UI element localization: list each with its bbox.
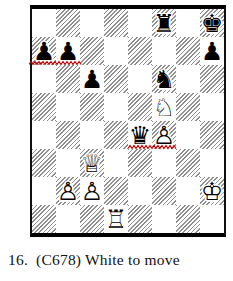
piece-white-rook: ♖ (104, 205, 128, 233)
square-c7 (80, 37, 104, 65)
square-f7 (152, 37, 176, 65)
square-h8: ♚♚ (200, 9, 224, 37)
square-c4 (80, 121, 104, 149)
square-f6: ♞♞ (152, 65, 176, 93)
piece-black-pawn: ♟ (32, 37, 56, 65)
piece-black-king: ♚ (200, 9, 224, 37)
square-c6: ♟♟ (80, 65, 104, 93)
square-e6 (128, 65, 152, 93)
square-b2: ♟♙ (56, 177, 80, 205)
piece-black-pawn: ♟ (200, 37, 224, 65)
square-f5: ♞♘ (152, 93, 176, 121)
square-f8: ♜♜ (152, 9, 176, 37)
square-h4 (200, 121, 224, 149)
piece-black-pawn: ♟ (80, 65, 104, 93)
piece-black-pawn: ♟ (56, 37, 80, 65)
square-e7 (128, 37, 152, 65)
piece-black-rook: ♜ (152, 9, 176, 37)
square-e5 (128, 93, 152, 121)
square-c2: ♟♙ (80, 177, 104, 205)
square-f3 (152, 149, 176, 177)
square-b1 (56, 205, 80, 233)
piece-white-knight: ♘ (152, 93, 176, 121)
square-a4 (32, 121, 56, 149)
square-e1 (128, 205, 152, 233)
diagram-caption: 16. (C678) White to move (8, 251, 180, 269)
square-e3 (128, 149, 152, 177)
chess-board: ♜♜♚♚♟♟♟♟♟♟♟♟♞♞♞♘♛♛♟♙♛♕♟♙♟♙♚♔♜♖ (30, 5, 226, 237)
square-a8 (32, 9, 56, 37)
piece-black-knight: ♞ (152, 65, 176, 93)
square-d4 (104, 121, 128, 149)
piece-white-pawn: ♙ (56, 177, 80, 205)
square-g1 (176, 205, 200, 233)
square-c8 (80, 9, 104, 37)
square-h1 (200, 205, 224, 233)
square-d7 (104, 37, 128, 65)
square-g3 (176, 149, 200, 177)
square-a2 (32, 177, 56, 205)
square-d3 (104, 149, 128, 177)
square-g4 (176, 121, 200, 149)
piece-white-pawn: ♙ (80, 177, 104, 205)
square-a1 (32, 205, 56, 233)
square-e4: ♛♛ (128, 121, 152, 149)
square-g2 (176, 177, 200, 205)
square-a7: ♟♟ (32, 37, 56, 65)
square-g7 (176, 37, 200, 65)
board-grid: ♜♜♚♚♟♟♟♟♟♟♟♟♞♞♞♘♛♛♟♙♛♕♟♙♟♙♚♔♜♖ (32, 9, 224, 233)
square-h3 (200, 149, 224, 177)
square-f4: ♟♙ (152, 121, 176, 149)
square-b6 (56, 65, 80, 93)
square-d1: ♜♖ (104, 205, 128, 233)
square-b5 (56, 93, 80, 121)
piece-black-queen: ♛ (128, 121, 152, 149)
square-b8 (56, 9, 80, 37)
square-g8 (176, 9, 200, 37)
square-c1 (80, 205, 104, 233)
square-c3: ♛♕ (80, 149, 104, 177)
piece-white-pawn: ♙ (152, 121, 176, 149)
square-b3 (56, 149, 80, 177)
square-b4 (56, 121, 80, 149)
square-a5 (32, 93, 56, 121)
square-a6 (32, 65, 56, 93)
square-g6 (176, 65, 200, 93)
square-f1 (152, 205, 176, 233)
square-e2 (128, 177, 152, 205)
square-a3 (32, 149, 56, 177)
square-d5 (104, 93, 128, 121)
square-e8 (128, 9, 152, 37)
piece-white-king: ♔ (200, 177, 224, 205)
square-d2 (104, 177, 128, 205)
square-h5 (200, 93, 224, 121)
square-h7: ♟♟ (200, 37, 224, 65)
square-d6 (104, 65, 128, 93)
square-h6 (200, 65, 224, 93)
piece-white-queen: ♕ (80, 149, 104, 177)
square-f2 (152, 177, 176, 205)
square-h2: ♚♔ (200, 177, 224, 205)
square-c5 (80, 93, 104, 121)
square-g5 (176, 93, 200, 121)
square-b7: ♟♟ (56, 37, 80, 65)
square-d8 (104, 9, 128, 37)
